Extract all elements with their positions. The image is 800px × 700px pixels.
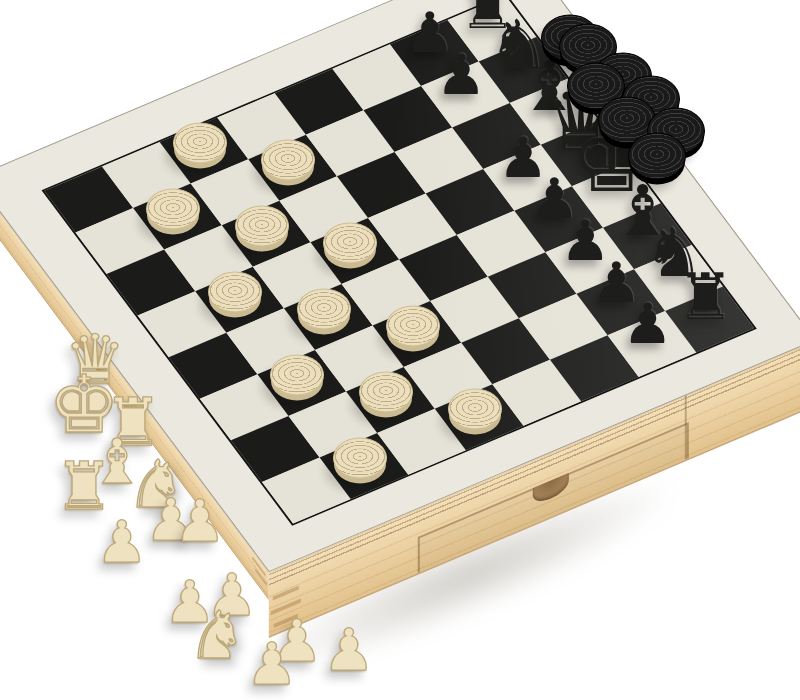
- white-pawn-table-15[interactable]: ♟: [246, 635, 298, 693]
- white-knight-table-12[interactable]: ♞: [187, 603, 246, 669]
- board-surface: [0, 0, 800, 572]
- drawer-finger-notch[interactable]: [533, 473, 569, 506]
- white-pawn-table-11[interactable]: ♟: [164, 573, 216, 631]
- finger-joint: [273, 585, 299, 600]
- white-pawn-table-7[interactable]: ♟: [145, 491, 197, 549]
- finger-joint: [274, 614, 298, 628]
- white-bishop-table-4[interactable]: ♝: [89, 431, 145, 493]
- white-rook-table-6[interactable]: ♜: [54, 454, 113, 520]
- finger-joint: [271, 599, 301, 616]
- product-photo-scene: ♜♟♞♟♝♛♟♚♟♝♟♞♟♜♟♛♚♜♝♞♜♟♟♟♟♟♞♟♟♟: [0, 0, 800, 700]
- white-pawn-table-9[interactable]: ♟: [96, 513, 148, 571]
- white-pawn-table-14[interactable]: ♟: [323, 621, 375, 679]
